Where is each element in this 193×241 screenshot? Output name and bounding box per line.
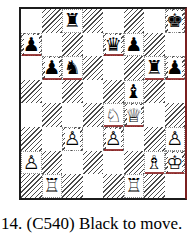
square-f1: ♖ [124, 174, 145, 198]
diagram-caption: 14. (C540) Black to move. [1, 214, 182, 234]
piece-white-e3: ♙ [105, 129, 122, 148]
square-d5 [83, 80, 104, 104]
square-c1 [62, 174, 83, 198]
square-e1 [103, 174, 124, 198]
square-g7 [144, 33, 165, 57]
piece-white-e4: ♘ [105, 106, 122, 125]
square-f8 [124, 9, 145, 33]
square-c8: ♜ [62, 9, 83, 33]
square-g6: ♜ [144, 56, 165, 80]
piece-white-h2: ♔ [166, 153, 183, 172]
piece-black-c8: ♜ [64, 11, 81, 30]
chess-diagram-page: ♜♚♟♛♟♟♞♜♟♝♘♕♙♙♙♙♗♔♖♖ 14. (C540) Black to… [0, 0, 193, 241]
square-h1 [165, 174, 186, 198]
piece-black-g6: ♜ [146, 58, 163, 77]
chess-board: ♜♚♟♛♟♟♞♜♟♝♘♕♙♙♙♙♗♔♖♖ [19, 7, 187, 200]
piece-black-h6: ♟ [166, 58, 183, 77]
square-g8 [144, 9, 165, 33]
square-c7 [62, 33, 83, 57]
square-d1 [83, 174, 104, 198]
square-h8: ♚ [165, 9, 186, 33]
square-g2: ♗ [144, 151, 165, 175]
square-h2: ♔ [165, 151, 186, 175]
piece-white-a2: ♙ [23, 153, 40, 172]
square-h4 [165, 103, 186, 127]
piece-black-b6: ♟ [43, 58, 60, 77]
square-a6 [21, 56, 42, 80]
square-b7 [42, 33, 63, 57]
square-d7 [83, 33, 104, 57]
square-b5 [42, 80, 63, 104]
square-e7: ♛ [103, 33, 124, 57]
square-h5 [165, 80, 186, 104]
square-d2 [83, 151, 104, 175]
square-a2: ♙ [21, 151, 42, 175]
piece-white-b1: ♖ [43, 176, 60, 195]
square-d8 [83, 9, 104, 33]
square-b1: ♖ [42, 174, 63, 198]
square-g3 [144, 127, 165, 151]
square-h6: ♟ [165, 56, 186, 80]
piece-black-e7: ♛ [105, 35, 122, 54]
square-b6: ♟ [42, 56, 63, 80]
square-e5 [103, 80, 124, 104]
piece-black-a7: ♟ [23, 35, 40, 54]
piece-black-c6: ♞ [64, 58, 81, 77]
square-h3: ♙ [165, 127, 186, 151]
square-b2 [42, 151, 63, 175]
square-a7: ♟ [21, 33, 42, 57]
square-g4 [144, 103, 165, 127]
square-f4: ♕ [124, 103, 145, 127]
square-c5 [62, 80, 83, 104]
square-b8 [42, 9, 63, 33]
square-c3: ♙ [62, 127, 83, 151]
square-c4 [62, 103, 83, 127]
piece-white-f4: ♕ [125, 106, 142, 125]
square-f5: ♝ [124, 80, 145, 104]
square-a1 [21, 174, 42, 198]
square-e8 [103, 9, 124, 33]
square-c6: ♞ [62, 56, 83, 80]
square-f3 [124, 127, 145, 151]
square-a5 [21, 80, 42, 104]
square-b4 [42, 103, 63, 127]
square-d6 [83, 56, 104, 80]
square-b3 [42, 127, 63, 151]
square-f7: ♟ [124, 33, 145, 57]
square-a3 [21, 127, 42, 151]
square-e6 [103, 56, 124, 80]
square-e2 [103, 151, 124, 175]
square-h7 [165, 33, 186, 57]
piece-white-g2: ♗ [146, 153, 163, 172]
piece-white-f1: ♖ [125, 176, 142, 195]
square-g5 [144, 80, 165, 104]
piece-black-f5: ♝ [125, 82, 142, 101]
square-f2 [124, 151, 145, 175]
square-d3 [83, 127, 104, 151]
square-e3: ♙ [103, 127, 124, 151]
square-c2 [62, 151, 83, 175]
square-e4: ♘ [103, 103, 124, 127]
square-a8 [21, 9, 42, 33]
square-g1 [144, 174, 165, 198]
square-a4 [21, 103, 42, 127]
square-f6 [124, 56, 145, 80]
piece-white-c3: ♙ [64, 129, 81, 148]
piece-black-h8: ♚ [166, 11, 183, 30]
piece-black-f7: ♟ [125, 35, 142, 54]
square-d4 [83, 103, 104, 127]
piece-white-h3: ♙ [166, 129, 183, 148]
